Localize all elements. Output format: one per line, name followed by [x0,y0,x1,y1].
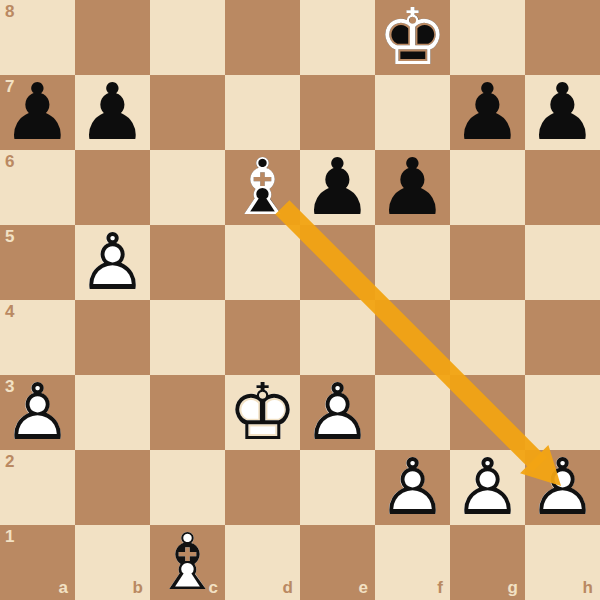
piece-black-pawn[interactable]: ♟ [375,150,450,225]
square-d3[interactable]: ♚♔ [225,375,300,450]
piece-black-pawn[interactable]: ♟ [525,75,600,150]
square-f6[interactable]: ♟ [375,150,450,225]
piece-glyph-outline: ♙ [375,450,450,525]
square-b3[interactable] [75,375,150,450]
file-label-e: e [359,578,368,598]
square-b6[interactable] [75,150,150,225]
square-g3[interactable] [450,375,525,450]
piece-white-king[interactable]: ♚♔ [225,375,300,450]
square-a3[interactable]: 3♟♙ [0,375,75,450]
square-b8[interactable] [75,0,150,75]
square-g8[interactable] [450,0,525,75]
square-c2[interactable] [150,450,225,525]
piece-glyph-fill: ♟ [300,150,375,225]
rank-label-8: 8 [5,2,14,22]
square-e6[interactable]: ♟ [300,150,375,225]
rank-label-7: 7 [5,77,14,97]
piece-glyph-outline: ♔ [225,375,300,450]
square-f8[interactable]: ♚♔ [375,0,450,75]
square-f7[interactable] [375,75,450,150]
piece-white-pawn[interactable]: ♟♙ [75,225,150,300]
square-a1[interactable]: 1a [0,525,75,600]
piece-glyph-outline: ♙ [300,375,375,450]
square-b5[interactable]: ♟♙ [75,225,150,300]
piece-white-pawn[interactable]: ♟♙ [375,450,450,525]
piece-white-pawn[interactable]: ♟♙ [300,375,375,450]
square-g6[interactable] [450,150,525,225]
square-a5[interactable]: 5 [0,225,75,300]
rank-label-1: 1 [5,527,14,547]
piece-black-king[interactable]: ♚♔ [375,0,450,75]
square-a6[interactable]: 6 [0,150,75,225]
square-a8[interactable]: 8 [0,0,75,75]
file-label-b: b [133,578,143,598]
square-d4[interactable] [225,300,300,375]
square-d1[interactable]: d [225,525,300,600]
square-e5[interactable] [300,225,375,300]
square-e7[interactable] [300,75,375,150]
square-b7[interactable]: ♟ [75,75,150,150]
rank-label-6: 6 [5,152,14,172]
square-g2[interactable]: ♟♙ [450,450,525,525]
square-f1[interactable]: f [375,525,450,600]
square-h1[interactable]: h [525,525,600,600]
square-c7[interactable] [150,75,225,150]
square-e4[interactable] [300,300,375,375]
piece-white-pawn[interactable]: ♟♙ [525,450,600,525]
square-c4[interactable] [150,300,225,375]
file-label-f: f [437,578,443,598]
piece-glyph-fill: ♟ [525,75,600,150]
square-c8[interactable] [150,0,225,75]
chess-board: 8♚♔7♟♟♟♟6♝♗♟♟5♟♙43♟♙♚♔♟♙2♟♙♟♙♟♙1abc♝♗def… [0,0,600,600]
square-b1[interactable]: b [75,525,150,600]
square-d6[interactable]: ♝♗ [225,150,300,225]
rank-label-2: 2 [5,452,14,472]
piece-glyph-fill: ♟ [375,150,450,225]
square-c5[interactable] [150,225,225,300]
square-d7[interactable] [225,75,300,150]
piece-glyph-outline: ♗ [225,150,300,225]
square-e3[interactable]: ♟♙ [300,375,375,450]
piece-glyph-outline: ♙ [450,450,525,525]
square-b2[interactable] [75,450,150,525]
square-a7[interactable]: 7♟ [0,75,75,150]
square-h2[interactable]: ♟♙ [525,450,600,525]
piece-glyph-outline: ♔ [375,0,450,75]
square-a4[interactable]: 4 [0,300,75,375]
piece-glyph-fill: ♟ [450,75,525,150]
piece-glyph-outline: ♙ [525,450,600,525]
file-label-c: c [209,578,218,598]
square-d8[interactable] [225,0,300,75]
square-f3[interactable] [375,375,450,450]
piece-white-pawn[interactable]: ♟♙ [450,450,525,525]
square-f4[interactable] [375,300,450,375]
square-e8[interactable] [300,0,375,75]
square-d2[interactable] [225,450,300,525]
square-h7[interactable]: ♟ [525,75,600,150]
square-h8[interactable] [525,0,600,75]
file-label-g: g [508,578,518,598]
square-g4[interactable] [450,300,525,375]
piece-black-pawn[interactable]: ♟ [75,75,150,150]
piece-black-pawn[interactable]: ♟ [300,150,375,225]
square-b4[interactable] [75,300,150,375]
file-label-d: d [283,578,293,598]
piece-glyph-fill: ♟ [75,75,150,150]
square-g7[interactable]: ♟ [450,75,525,150]
square-g5[interactable] [450,225,525,300]
square-h5[interactable] [525,225,600,300]
square-g1[interactable]: g [450,525,525,600]
square-f5[interactable] [375,225,450,300]
piece-black-bishop[interactable]: ♝♗ [225,150,300,225]
square-h6[interactable] [525,150,600,225]
file-label-h: h [583,578,593,598]
file-label-a: a [59,578,68,598]
piece-glyph-outline: ♙ [75,225,150,300]
square-e2[interactable] [300,450,375,525]
square-h4[interactable] [525,300,600,375]
rank-label-4: 4 [5,302,14,322]
piece-black-pawn[interactable]: ♟ [450,75,525,150]
square-e1[interactable]: e [300,525,375,600]
square-c1[interactable]: c♝♗ [150,525,225,600]
square-f2[interactable]: ♟♙ [375,450,450,525]
square-a2[interactable]: 2 [0,450,75,525]
square-c6[interactable] [150,150,225,225]
square-h3[interactable] [525,375,600,450]
square-c3[interactable] [150,375,225,450]
rank-label-3: 3 [5,377,14,397]
square-d5[interactable] [225,225,300,300]
rank-label-5: 5 [5,227,14,247]
